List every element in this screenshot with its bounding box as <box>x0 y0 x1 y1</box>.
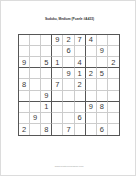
cell-r7c3[interactable]: 1 <box>41 102 52 113</box>
cell-r5c8[interactable] <box>97 79 108 90</box>
cell-r9c5[interactable]: 7 <box>63 124 74 135</box>
page-title-text: Sudoku, Medium (Puzzle #A433) <box>44 16 93 19</box>
cell-r2c2[interactable] <box>30 46 41 57</box>
cell-r7c6[interactable] <box>75 102 86 113</box>
cell-r1c4[interactable]: 9 <box>52 35 63 46</box>
cell-r2c8[interactable]: 9 <box>97 46 108 57</box>
cell-r1c2[interactable] <box>30 35 41 46</box>
cell-r4c6[interactable]: 1 <box>75 68 86 79</box>
cell-r4c2[interactable] <box>30 68 41 79</box>
footer: www.PrintFreeSudoku.com <box>1 162 136 170</box>
cell-r7c7[interactable]: 9 <box>86 102 97 113</box>
cell-r4c1[interactable] <box>19 68 30 79</box>
cell-r5c1[interactable]: 8 <box>19 79 30 90</box>
cell-r9c9[interactable] <box>108 124 119 135</box>
cell-r4c9[interactable] <box>108 68 119 79</box>
cell-r2c7[interactable] <box>86 46 97 57</box>
sudoku-board: 9274699514291258729198962876 <box>18 34 120 136</box>
cell-r5c3[interactable] <box>41 79 52 90</box>
cell-r2c9[interactable] <box>108 46 119 57</box>
cell-r3c7[interactable] <box>86 57 97 68</box>
cell-r3c6[interactable]: 4 <box>75 57 86 68</box>
cell-r7c5[interactable] <box>63 102 74 113</box>
cell-r7c9[interactable] <box>108 102 119 113</box>
cell-r8c9[interactable] <box>108 113 119 124</box>
cell-r9c3[interactable]: 8 <box>41 124 52 135</box>
cell-r5c2[interactable] <box>30 79 41 90</box>
cell-r8c2[interactable]: 9 <box>30 113 41 124</box>
cell-r3c1[interactable]: 9 <box>19 57 30 68</box>
cell-r3c2[interactable] <box>30 57 41 68</box>
cell-r6c7[interactable] <box>86 91 97 102</box>
cell-r4c7[interactable]: 2 <box>86 68 97 79</box>
cell-r6c8[interactable] <box>97 91 108 102</box>
cell-r4c3[interactable] <box>41 68 52 79</box>
cell-r4c4[interactable] <box>52 68 63 79</box>
cell-r1c8[interactable] <box>97 35 108 46</box>
cell-r1c9[interactable] <box>108 35 119 46</box>
cell-r7c4[interactable] <box>52 102 63 113</box>
cell-r2c1[interactable] <box>19 46 30 57</box>
cell-r6c9[interactable] <box>108 91 119 102</box>
cell-r3c9[interactable]: 2 <box>108 57 119 68</box>
cell-r3c8[interactable] <box>97 57 108 68</box>
cell-r8c1[interactable] <box>19 113 30 124</box>
cell-r9c2[interactable] <box>30 124 41 135</box>
cell-r5c4[interactable]: 7 <box>52 79 63 90</box>
cell-r3c3[interactable]: 5 <box>41 57 52 68</box>
cell-r9c6[interactable] <box>75 124 86 135</box>
cell-r4c8[interactable]: 5 <box>97 68 108 79</box>
cell-r7c2[interactable] <box>30 102 41 113</box>
cell-r6c4[interactable] <box>52 91 63 102</box>
cell-r7c8[interactable]: 8 <box>97 102 108 113</box>
cell-r1c3[interactable] <box>41 35 52 46</box>
cell-r2c3[interactable] <box>41 46 52 57</box>
cell-r6c6[interactable] <box>75 91 86 102</box>
cell-r9c4[interactable] <box>52 124 63 135</box>
cell-r3c5[interactable] <box>63 57 74 68</box>
cell-r4c5[interactable]: 9 <box>63 68 74 79</box>
cell-r6c3[interactable]: 9 <box>41 91 52 102</box>
cell-r8c4[interactable] <box>52 113 63 124</box>
cell-r5c5[interactable] <box>63 79 74 90</box>
cell-r9c1[interactable]: 2 <box>19 124 30 135</box>
cell-r6c5[interactable] <box>63 91 74 102</box>
cell-r7c1[interactable] <box>19 102 30 113</box>
cell-r8c8[interactable] <box>97 113 108 124</box>
footer-url: www.PrintFreeSudoku.com <box>55 165 84 167</box>
cell-r8c5[interactable] <box>63 113 74 124</box>
cell-r1c1[interactable] <box>19 35 30 46</box>
cell-r6c1[interactable] <box>19 91 30 102</box>
cell-r2c5[interactable]: 6 <box>63 46 74 57</box>
cell-r2c4[interactable] <box>52 46 63 57</box>
cell-r9c8[interactable]: 6 <box>97 124 108 135</box>
cell-r1c6[interactable]: 7 <box>75 35 86 46</box>
cell-r3c4[interactable]: 1 <box>52 57 63 68</box>
cell-r2c6[interactable] <box>75 46 86 57</box>
page-title: Sudoku, Medium (Puzzle #A433) <box>1 14 136 22</box>
cell-r9c7[interactable] <box>86 124 97 135</box>
cell-r5c7[interactable] <box>86 79 97 90</box>
cell-r1c5[interactable]: 2 <box>63 35 74 46</box>
cell-r5c9[interactable] <box>108 79 119 90</box>
cell-r8c3[interactable] <box>41 113 52 124</box>
cell-r6c2[interactable] <box>30 91 41 102</box>
cell-r8c6[interactable]: 6 <box>75 113 86 124</box>
cell-r1c7[interactable]: 4 <box>86 35 97 46</box>
cell-r8c7[interactable] <box>86 113 97 124</box>
printable-page: Sudoku, Medium (Puzzle #A433) 9274699514… <box>0 0 136 176</box>
cell-r5c6[interactable]: 2 <box>75 79 86 90</box>
